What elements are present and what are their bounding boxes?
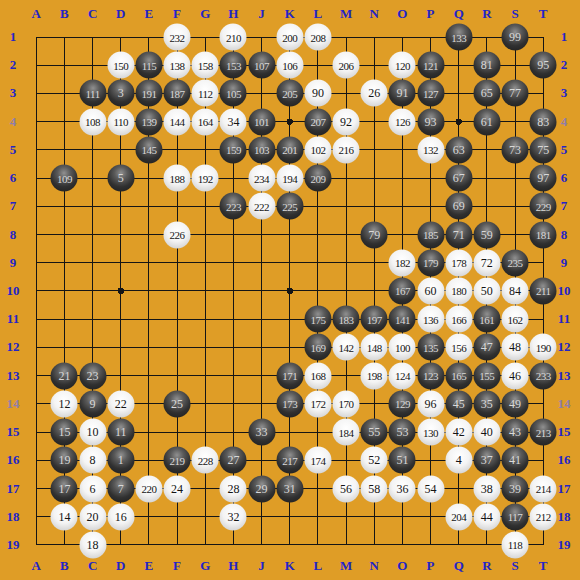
stone-C14: 9 xyxy=(79,390,106,417)
stone-S5: 73 xyxy=(502,136,529,163)
col-label-top-H: H xyxy=(220,6,246,22)
stone-K16: 217 xyxy=(276,447,303,474)
col-label-bottom-B: B xyxy=(51,558,77,574)
stone-B18: 14 xyxy=(51,503,78,530)
stone-S18: 117 xyxy=(502,503,529,530)
stone-J5: 103 xyxy=(248,136,275,163)
row-label-left-1: 1 xyxy=(0,29,26,45)
col-label-top-Q: Q xyxy=(446,6,472,22)
col-label-top-E: E xyxy=(136,6,162,22)
col-label-bottom-G: G xyxy=(192,558,218,574)
stone-P17: 54 xyxy=(417,475,444,502)
stone-P9: 179 xyxy=(417,249,444,276)
col-label-top-L: L xyxy=(305,6,331,22)
stone-M5: 216 xyxy=(333,136,360,163)
stone-D6: 5 xyxy=(107,165,134,192)
stone-B6: 109 xyxy=(51,165,78,192)
stone-T17: 214 xyxy=(530,475,557,502)
stone-J7: 222 xyxy=(248,193,275,220)
stone-Q16: 4 xyxy=(445,447,472,474)
star-point-Q4 xyxy=(456,118,462,124)
stone-D3: 3 xyxy=(107,80,134,107)
stone-F3: 187 xyxy=(164,80,191,107)
stone-T18: 212 xyxy=(530,503,557,530)
stone-C16: 8 xyxy=(79,447,106,474)
row-label-left-2: 2 xyxy=(0,57,26,73)
col-label-top-S: S xyxy=(502,6,528,22)
stone-K17: 31 xyxy=(276,475,303,502)
stone-P13: 123 xyxy=(417,362,444,389)
stone-K13: 171 xyxy=(276,362,303,389)
stone-S14: 49 xyxy=(502,390,529,417)
stone-P15: 130 xyxy=(417,419,444,446)
stone-S9: 235 xyxy=(502,249,529,276)
col-label-top-R: R xyxy=(474,6,500,22)
stone-S17: 39 xyxy=(502,475,529,502)
col-label-bottom-S: S xyxy=(502,558,528,574)
stone-P2: 121 xyxy=(417,52,444,79)
stone-R16: 37 xyxy=(473,447,500,474)
stone-D2: 150 xyxy=(107,52,134,79)
stone-S15: 43 xyxy=(502,419,529,446)
stone-K7: 225 xyxy=(276,193,303,220)
stone-R10: 50 xyxy=(473,277,500,304)
row-label-left-13: 13 xyxy=(0,368,26,384)
go-board: AABBCCDDEEFFGGHHJJKKLLMMNNOOPPQQRRSSTT11… xyxy=(0,0,580,580)
row-label-left-7: 7 xyxy=(0,198,26,214)
stone-L4: 207 xyxy=(304,108,331,135)
stone-O10: 167 xyxy=(389,277,416,304)
stone-S11: 162 xyxy=(502,306,529,333)
stone-O9: 182 xyxy=(389,249,416,276)
stone-B15: 15 xyxy=(51,419,78,446)
stone-E5: 145 xyxy=(135,136,162,163)
row-label-left-6: 6 xyxy=(0,170,26,186)
stone-G6: 192 xyxy=(192,165,219,192)
stone-T10: 211 xyxy=(530,277,557,304)
col-label-bottom-O: O xyxy=(389,558,415,574)
stone-H17: 28 xyxy=(220,475,247,502)
stone-K3: 205 xyxy=(276,80,303,107)
stone-N15: 55 xyxy=(361,419,388,446)
row-label-left-19: 19 xyxy=(0,537,26,553)
stone-J4: 101 xyxy=(248,108,275,135)
stone-R11: 161 xyxy=(473,306,500,333)
stone-G2: 158 xyxy=(192,52,219,79)
row-label-left-3: 3 xyxy=(0,85,26,101)
col-label-top-O: O xyxy=(389,6,415,22)
row-label-left-18: 18 xyxy=(0,509,26,525)
stone-S1: 99 xyxy=(502,24,529,51)
stone-G4: 164 xyxy=(192,108,219,135)
stone-Q9: 178 xyxy=(445,249,472,276)
stone-R9: 72 xyxy=(473,249,500,276)
stone-O15: 53 xyxy=(389,419,416,446)
stone-N8: 79 xyxy=(361,221,388,248)
stone-N16: 52 xyxy=(361,447,388,474)
stone-C15: 10 xyxy=(79,419,106,446)
stone-L12: 169 xyxy=(304,334,331,361)
stone-B14: 12 xyxy=(51,390,78,417)
stone-R18: 44 xyxy=(473,503,500,530)
stone-R2: 81 xyxy=(473,52,500,79)
stone-O16: 51 xyxy=(389,447,416,474)
stone-F6: 188 xyxy=(164,165,191,192)
stone-T7: 229 xyxy=(530,193,557,220)
stone-P3: 127 xyxy=(417,80,444,107)
col-label-bottom-E: E xyxy=(136,558,162,574)
row-label-left-15: 15 xyxy=(0,424,26,440)
stone-O12: 100 xyxy=(389,334,416,361)
stone-H5: 159 xyxy=(220,136,247,163)
stone-M11: 183 xyxy=(333,306,360,333)
stone-Q14: 45 xyxy=(445,390,472,417)
stone-R15: 40 xyxy=(473,419,500,446)
stone-N11: 197 xyxy=(361,306,388,333)
stone-L13: 168 xyxy=(304,362,331,389)
col-label-top-P: P xyxy=(418,6,444,22)
stone-Q18: 204 xyxy=(445,503,472,530)
stone-R17: 38 xyxy=(473,475,500,502)
stone-D15: 11 xyxy=(107,419,134,446)
col-label-top-C: C xyxy=(80,6,106,22)
stone-D18: 16 xyxy=(107,503,134,530)
stone-H1: 210 xyxy=(220,24,247,51)
stone-Q15: 42 xyxy=(445,419,472,446)
stone-T13: 233 xyxy=(530,362,557,389)
row-label-left-8: 8 xyxy=(0,227,26,243)
row-label-left-11: 11 xyxy=(0,311,26,327)
stone-Q11: 166 xyxy=(445,306,472,333)
stone-C17: 6 xyxy=(79,475,106,502)
stone-J2: 107 xyxy=(248,52,275,79)
col-label-bottom-F: F xyxy=(164,558,190,574)
stone-M14: 170 xyxy=(333,390,360,417)
row-label-left-10: 10 xyxy=(0,283,26,299)
stone-O4: 126 xyxy=(389,108,416,135)
stone-P8: 185 xyxy=(417,221,444,248)
stone-K6: 194 xyxy=(276,165,303,192)
stone-F8: 226 xyxy=(164,221,191,248)
stone-H7: 223 xyxy=(220,193,247,220)
stone-K5: 201 xyxy=(276,136,303,163)
stone-T2: 95 xyxy=(530,52,557,79)
col-label-bottom-J: J xyxy=(249,558,275,574)
col-label-bottom-L: L xyxy=(305,558,331,574)
stone-H2: 153 xyxy=(220,52,247,79)
row-label-right-19: 19 xyxy=(551,537,577,553)
stone-E3: 191 xyxy=(135,80,162,107)
stone-C4: 108 xyxy=(79,108,106,135)
row-label-right-9: 9 xyxy=(551,255,577,271)
stone-H4: 34 xyxy=(220,108,247,135)
stone-M15: 184 xyxy=(333,419,360,446)
col-label-top-K: K xyxy=(277,6,303,22)
stone-B17: 17 xyxy=(51,475,78,502)
row-label-right-3: 3 xyxy=(551,85,577,101)
stone-T4: 83 xyxy=(530,108,557,135)
col-label-bottom-R: R xyxy=(474,558,500,574)
stone-E4: 139 xyxy=(135,108,162,135)
col-label-top-A: A xyxy=(23,6,49,22)
stone-P14: 96 xyxy=(417,390,444,417)
stone-S16: 41 xyxy=(502,447,529,474)
stone-M17: 56 xyxy=(333,475,360,502)
stone-F14: 25 xyxy=(164,390,191,417)
stone-D16: 1 xyxy=(107,447,134,474)
stone-P4: 93 xyxy=(417,108,444,135)
stone-T5: 75 xyxy=(530,136,557,163)
stone-L5: 102 xyxy=(304,136,331,163)
stone-H16: 27 xyxy=(220,447,247,474)
col-label-bottom-T: T xyxy=(530,558,556,574)
stone-P11: 136 xyxy=(417,306,444,333)
col-label-bottom-M: M xyxy=(333,558,359,574)
col-label-bottom-Q: Q xyxy=(446,558,472,574)
stone-J17: 29 xyxy=(248,475,275,502)
col-label-bottom-A: A xyxy=(23,558,49,574)
stone-Q1: 133 xyxy=(445,24,472,51)
stone-L11: 175 xyxy=(304,306,331,333)
stone-O14: 129 xyxy=(389,390,416,417)
stone-F1: 232 xyxy=(164,24,191,51)
stone-L1: 208 xyxy=(304,24,331,51)
row-label-left-12: 12 xyxy=(0,339,26,355)
col-label-bottom-N: N xyxy=(361,558,387,574)
stone-N3: 26 xyxy=(361,80,388,107)
stone-E17: 220 xyxy=(135,475,162,502)
col-label-top-B: B xyxy=(51,6,77,22)
col-label-top-T: T xyxy=(530,6,556,22)
stone-J15: 33 xyxy=(248,419,275,446)
stone-R12: 47 xyxy=(473,334,500,361)
row-label-left-9: 9 xyxy=(0,255,26,271)
col-label-bottom-H: H xyxy=(220,558,246,574)
stone-R4: 61 xyxy=(473,108,500,135)
stone-J6: 234 xyxy=(248,165,275,192)
stone-B16: 19 xyxy=(51,447,78,474)
stone-K1: 200 xyxy=(276,24,303,51)
stone-S19: 118 xyxy=(502,531,529,558)
stone-L16: 174 xyxy=(304,447,331,474)
stone-C18: 20 xyxy=(79,503,106,530)
star-point-D10 xyxy=(118,288,124,294)
stone-O17: 36 xyxy=(389,475,416,502)
stone-R14: 35 xyxy=(473,390,500,417)
stone-Q13: 165 xyxy=(445,362,472,389)
stone-P12: 135 xyxy=(417,334,444,361)
stone-C3: 111 xyxy=(79,80,106,107)
stone-C19: 18 xyxy=(79,531,106,558)
stone-T6: 97 xyxy=(530,165,557,192)
stone-G3: 112 xyxy=(192,80,219,107)
stone-M4: 92 xyxy=(333,108,360,135)
stone-O3: 91 xyxy=(389,80,416,107)
stone-Q5: 63 xyxy=(445,136,472,163)
stone-S13: 46 xyxy=(502,362,529,389)
stone-Q12: 156 xyxy=(445,334,472,361)
row-label-left-4: 4 xyxy=(0,114,26,130)
star-point-K4 xyxy=(287,118,293,124)
stone-Q6: 67 xyxy=(445,165,472,192)
col-label-top-N: N xyxy=(361,6,387,22)
stone-S12: 48 xyxy=(502,334,529,361)
stone-M2: 206 xyxy=(333,52,360,79)
stone-G16: 228 xyxy=(192,447,219,474)
stone-O11: 141 xyxy=(389,306,416,333)
stone-L3: 90 xyxy=(304,80,331,107)
stone-R13: 155 xyxy=(473,362,500,389)
stone-C13: 23 xyxy=(79,362,106,389)
stone-T12: 190 xyxy=(530,334,557,361)
stone-F16: 219 xyxy=(164,447,191,474)
col-label-top-M: M xyxy=(333,6,359,22)
stone-F17: 24 xyxy=(164,475,191,502)
stone-H3: 105 xyxy=(220,80,247,107)
stone-R8: 59 xyxy=(473,221,500,248)
stone-L6: 209 xyxy=(304,165,331,192)
stone-O13: 124 xyxy=(389,362,416,389)
stone-N12: 148 xyxy=(361,334,388,361)
stone-P5: 132 xyxy=(417,136,444,163)
stone-S3: 77 xyxy=(502,80,529,107)
stone-F2: 138 xyxy=(164,52,191,79)
stone-R3: 65 xyxy=(473,80,500,107)
row-label-left-14: 14 xyxy=(0,396,26,412)
star-point-K10 xyxy=(287,288,293,294)
stone-Q8: 71 xyxy=(445,221,472,248)
stone-P10: 60 xyxy=(417,277,444,304)
row-label-left-5: 5 xyxy=(0,142,26,158)
row-label-right-1: 1 xyxy=(551,29,577,45)
stone-O2: 120 xyxy=(389,52,416,79)
stone-B13: 21 xyxy=(51,362,78,389)
stone-Q10: 180 xyxy=(445,277,472,304)
stone-K14: 173 xyxy=(276,390,303,417)
stone-T15: 213 xyxy=(530,419,557,446)
col-label-bottom-P: P xyxy=(418,558,444,574)
stone-E2: 115 xyxy=(135,52,162,79)
row-label-right-11: 11 xyxy=(551,311,577,327)
row-label-right-16: 16 xyxy=(551,452,577,468)
stone-D4: 110 xyxy=(107,108,134,135)
col-label-top-J: J xyxy=(249,6,275,22)
col-label-top-D: D xyxy=(108,6,134,22)
row-label-left-17: 17 xyxy=(0,481,26,497)
stone-F4: 144 xyxy=(164,108,191,135)
stone-S10: 84 xyxy=(502,277,529,304)
col-label-top-G: G xyxy=(192,6,218,22)
stone-K2: 106 xyxy=(276,52,303,79)
stone-N13: 198 xyxy=(361,362,388,389)
stone-L14: 172 xyxy=(304,390,331,417)
stone-D14: 22 xyxy=(107,390,134,417)
col-label-top-F: F xyxy=(164,6,190,22)
col-label-bottom-K: K xyxy=(277,558,303,574)
row-label-left-16: 16 xyxy=(0,452,26,468)
col-label-bottom-D: D xyxy=(108,558,134,574)
stone-D17: 7 xyxy=(107,475,134,502)
stone-M12: 142 xyxy=(333,334,360,361)
stone-T8: 181 xyxy=(530,221,557,248)
stone-N17: 58 xyxy=(361,475,388,502)
row-label-right-14: 14 xyxy=(551,396,577,412)
stone-H18: 32 xyxy=(220,503,247,530)
col-label-bottom-C: C xyxy=(80,558,106,574)
stone-Q7: 69 xyxy=(445,193,472,220)
